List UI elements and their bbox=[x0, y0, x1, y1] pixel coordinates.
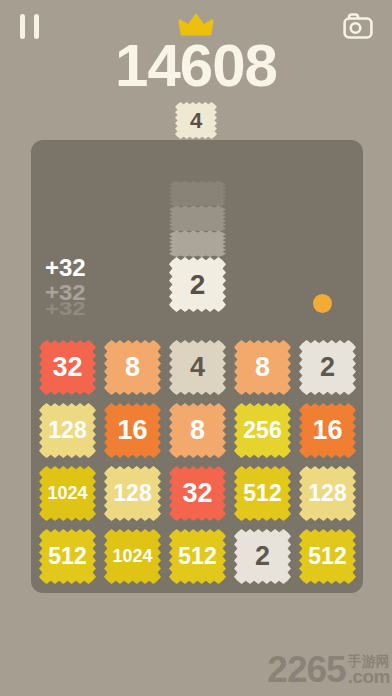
tile-128: 128 bbox=[104, 466, 161, 521]
score: 14608 bbox=[0, 36, 392, 96]
tile-512: 512 bbox=[39, 529, 96, 584]
score-popup-ghost: +32 bbox=[45, 299, 86, 318]
falling-tile-trail bbox=[169, 231, 226, 257]
watermark-com-text: .com bbox=[348, 668, 390, 685]
tile-4: 4 bbox=[169, 340, 226, 395]
tile-512: 512 bbox=[299, 529, 356, 584]
watermark-number: 2265 bbox=[267, 654, 345, 685]
tile-16: 16 bbox=[299, 403, 356, 458]
tile-1024: 1024 bbox=[39, 466, 96, 521]
watermark: 2265 手游网 .com bbox=[267, 654, 390, 685]
tile-128: 128 bbox=[299, 466, 356, 521]
falling-tile[interactable]: 2 bbox=[169, 257, 226, 312]
game-board[interactable]: 2 +32 +32 +32 32 8 4 8 2 128 16 8 256 16… bbox=[31, 140, 363, 593]
indicator-dot bbox=[313, 294, 332, 313]
tile-2: 2 bbox=[234, 529, 291, 584]
falling-tile-trail bbox=[169, 206, 226, 232]
tile-8: 8 bbox=[234, 340, 291, 395]
next-tile-preview: 4 bbox=[175, 102, 217, 139]
tile-1024: 1024 bbox=[104, 529, 161, 584]
tile-32: 32 bbox=[169, 466, 226, 521]
tile-grid: 32 8 4 8 2 128 16 8 256 16 1024 128 32 5… bbox=[39, 340, 356, 584]
falling-tile-trail bbox=[169, 181, 226, 207]
tile-2: 2 bbox=[299, 340, 356, 395]
score-popup: +32 bbox=[45, 256, 86, 280]
tile-8: 8 bbox=[104, 340, 161, 395]
tile-8: 8 bbox=[169, 403, 226, 458]
tile-16: 16 bbox=[104, 403, 161, 458]
tile-32: 32 bbox=[39, 340, 96, 395]
tile-512: 512 bbox=[169, 529, 226, 584]
tile-256: 256 bbox=[234, 403, 291, 458]
tile-128: 128 bbox=[39, 403, 96, 458]
game-screen: 14608 4 2 +32 +32 +32 32 8 4 8 2 128 16 … bbox=[0, 0, 392, 696]
tile-512: 512 bbox=[234, 466, 291, 521]
